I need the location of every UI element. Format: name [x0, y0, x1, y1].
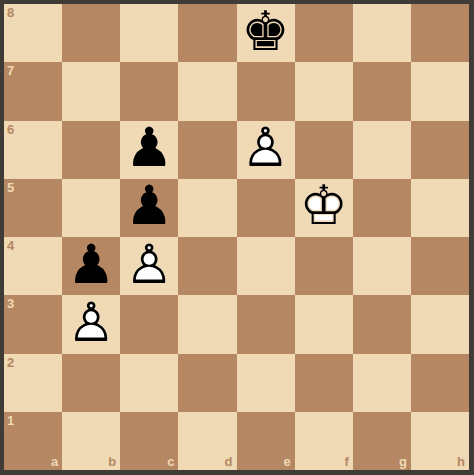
black-pawn-piece[interactable]: ♟	[62, 237, 120, 295]
square-d1[interactable]: d	[178, 412, 236, 470]
white-king-outline-icon: ♔	[295, 179, 353, 237]
file-label-b: b	[108, 455, 116, 468]
square-h1[interactable]: h	[411, 412, 469, 470]
square-d4[interactable]	[178, 237, 236, 295]
square-f2[interactable]	[295, 354, 353, 412]
square-g5[interactable]	[353, 179, 411, 237]
square-b8[interactable]	[62, 4, 120, 62]
square-d3[interactable]	[178, 295, 236, 353]
black-pawn-piece[interactable]: ♟	[120, 179, 178, 237]
white-pawn-outline-icon: ♙	[237, 121, 295, 179]
square-a6[interactable]: 6	[4, 121, 62, 179]
square-e4[interactable]	[237, 237, 295, 295]
rank-label-3: 3	[7, 297, 14, 310]
square-b4[interactable]: ♟	[62, 237, 120, 295]
square-e7[interactable]	[237, 62, 295, 120]
square-h3[interactable]	[411, 295, 469, 353]
black-pawn-icon: ♟	[62, 237, 120, 295]
white-pawn-piece[interactable]: ♟♙	[62, 295, 120, 353]
file-label-d: d	[225, 455, 233, 468]
rank-label-5: 5	[7, 181, 14, 194]
square-e3[interactable]	[237, 295, 295, 353]
square-c4[interactable]: ♟♙	[120, 237, 178, 295]
square-a2[interactable]: 2	[4, 354, 62, 412]
square-c2[interactable]	[120, 354, 178, 412]
file-label-g: g	[399, 455, 407, 468]
square-f3[interactable]	[295, 295, 353, 353]
square-c5[interactable]: ♟	[120, 179, 178, 237]
square-a4[interactable]: 4	[4, 237, 62, 295]
square-b2[interactable]	[62, 354, 120, 412]
board-frame: 8♚76♟♟♙5♟♚♔4♟♟♙3♟♙21abcdefgh	[0, 0, 474, 475]
black-king-icon: ♚	[237, 4, 295, 62]
square-g4[interactable]	[353, 237, 411, 295]
square-h8[interactable]	[411, 4, 469, 62]
square-f7[interactable]	[295, 62, 353, 120]
black-king-piece[interactable]: ♚	[237, 4, 295, 62]
square-g3[interactable]	[353, 295, 411, 353]
square-a5[interactable]: 5	[4, 179, 62, 237]
file-label-h: h	[457, 455, 465, 468]
square-f4[interactable]	[295, 237, 353, 295]
file-label-c: c	[167, 455, 174, 468]
file-label-e: e	[283, 455, 290, 468]
square-g2[interactable]	[353, 354, 411, 412]
square-d8[interactable]	[178, 4, 236, 62]
white-pawn-outline-icon: ♙	[120, 237, 178, 295]
rank-label-8: 8	[7, 6, 14, 19]
square-e2[interactable]	[237, 354, 295, 412]
white-pawn-piece[interactable]: ♟♙	[237, 121, 295, 179]
square-e8[interactable]: ♚	[237, 4, 295, 62]
square-g6[interactable]	[353, 121, 411, 179]
chess-board: 8♚76♟♟♙5♟♚♔4♟♟♙3♟♙21abcdefgh	[4, 4, 469, 470]
white-pawn-outline-icon: ♙	[62, 295, 120, 353]
square-b7[interactable]	[62, 62, 120, 120]
square-f5[interactable]: ♚♔	[295, 179, 353, 237]
square-h6[interactable]	[411, 121, 469, 179]
square-b3[interactable]: ♟♙	[62, 295, 120, 353]
square-b1[interactable]: b	[62, 412, 120, 470]
square-e5[interactable]	[237, 179, 295, 237]
square-c3[interactable]	[120, 295, 178, 353]
square-e1[interactable]: e	[237, 412, 295, 470]
square-a1[interactable]: 1a	[4, 412, 62, 470]
square-f6[interactable]	[295, 121, 353, 179]
square-d6[interactable]	[178, 121, 236, 179]
black-pawn-icon: ♟	[120, 121, 178, 179]
square-a7[interactable]: 7	[4, 62, 62, 120]
square-a3[interactable]: 3	[4, 295, 62, 353]
square-d2[interactable]	[178, 354, 236, 412]
square-h4[interactable]	[411, 237, 469, 295]
rank-label-7: 7	[7, 64, 14, 77]
square-d7[interactable]	[178, 62, 236, 120]
square-h2[interactable]	[411, 354, 469, 412]
rank-label-6: 6	[7, 123, 14, 136]
square-e6[interactable]: ♟♙	[237, 121, 295, 179]
rank-label-1: 1	[7, 414, 14, 427]
square-d5[interactable]	[178, 179, 236, 237]
black-pawn-icon: ♟	[120, 179, 178, 237]
square-g7[interactable]	[353, 62, 411, 120]
square-c7[interactable]	[120, 62, 178, 120]
square-b6[interactable]	[62, 121, 120, 179]
square-h7[interactable]	[411, 62, 469, 120]
square-b5[interactable]	[62, 179, 120, 237]
square-g1[interactable]: g	[353, 412, 411, 470]
white-pawn-piece[interactable]: ♟♙	[120, 237, 178, 295]
file-label-a: a	[51, 455, 58, 468]
black-pawn-piece[interactable]: ♟	[120, 121, 178, 179]
square-c8[interactable]	[120, 4, 178, 62]
square-f8[interactable]	[295, 4, 353, 62]
square-c6[interactable]: ♟	[120, 121, 178, 179]
square-h5[interactable]	[411, 179, 469, 237]
square-c1[interactable]: c	[120, 412, 178, 470]
rank-label-2: 2	[7, 356, 14, 369]
white-king-piece[interactable]: ♚♔	[295, 179, 353, 237]
rank-label-4: 4	[7, 239, 14, 252]
square-g8[interactable]	[353, 4, 411, 62]
square-a8[interactable]: 8	[4, 4, 62, 62]
file-label-f: f	[344, 455, 348, 468]
square-f1[interactable]: f	[295, 412, 353, 470]
